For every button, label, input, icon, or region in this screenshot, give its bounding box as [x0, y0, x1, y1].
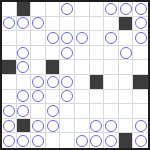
- cell-r1c2[interactable]: [31, 17, 46, 32]
- cell-r2c1[interactable]: [17, 31, 32, 46]
- cell-r4c2[interactable]: [31, 60, 46, 75]
- cell-r7c9[interactable]: [133, 104, 148, 119]
- cell-r9c9[interactable]: [133, 133, 148, 148]
- cell-r9c2[interactable]: [31, 133, 46, 148]
- cell-r9c4[interactable]: [60, 133, 75, 148]
- cell-r3c4[interactable]: [60, 46, 75, 61]
- cell-r3c7[interactable]: [104, 46, 119, 61]
- cell-r0c6[interactable]: [90, 2, 105, 17]
- circle-mark: [61, 32, 73, 44]
- circle-mark: [17, 105, 29, 117]
- cell-r0c9[interactable]: [133, 2, 148, 17]
- cell-r0c8[interactable]: [119, 2, 134, 17]
- cell-r4c3[interactable]: [46, 60, 61, 75]
- cell-r0c7[interactable]: [104, 2, 119, 17]
- cell-r5c8[interactable]: [119, 75, 134, 90]
- cell-r0c0[interactable]: [2, 2, 17, 17]
- cell-r7c2[interactable]: [31, 104, 46, 119]
- cell-r9c5[interactable]: [75, 133, 90, 148]
- cell-r5c9[interactable]: [133, 75, 148, 90]
- circle-mark: [135, 3, 147, 15]
- cell-r5c4[interactable]: [60, 75, 75, 90]
- cell-r1c7[interactable]: [104, 17, 119, 32]
- cell-r8c5[interactable]: [75, 119, 90, 134]
- circle-mark: [135, 120, 147, 132]
- cell-r1c8[interactable]: [119, 17, 134, 32]
- circle-mark: [32, 17, 44, 29]
- cell-r8c7[interactable]: [104, 119, 119, 134]
- cell-r4c6[interactable]: [90, 60, 105, 75]
- cell-r8c0[interactable]: [2, 119, 17, 134]
- circle-mark: [47, 76, 59, 88]
- cell-r7c0[interactable]: [2, 104, 17, 119]
- circle-mark: [135, 17, 147, 29]
- cell-r2c7[interactable]: [104, 31, 119, 46]
- cell-r2c9[interactable]: [133, 31, 148, 46]
- circle-mark: [32, 120, 44, 132]
- cell-r6c4[interactable]: [60, 90, 75, 105]
- cell-r0c4[interactable]: [60, 2, 75, 17]
- cell-r2c4[interactable]: [60, 31, 75, 46]
- cell-r0c1[interactable]: [17, 2, 32, 17]
- cell-r2c5[interactable]: [75, 31, 90, 46]
- cell-r7c7[interactable]: [104, 104, 119, 119]
- circle-mark: [105, 135, 117, 147]
- cell-r5c1[interactable]: [17, 75, 32, 90]
- circle-mark: [120, 3, 132, 15]
- circle-mark: [61, 76, 73, 88]
- cell-r4c0[interactable]: [2, 60, 17, 75]
- circle-mark: [3, 105, 15, 117]
- cell-r4c9[interactable]: [133, 60, 148, 75]
- cell-r9c1[interactable]: [17, 133, 32, 148]
- cell-r1c3[interactable]: [46, 17, 61, 32]
- circle-mark: [47, 105, 59, 117]
- cell-r0c2[interactable]: [31, 2, 46, 17]
- circle-mark: [47, 32, 59, 44]
- cell-r9c6[interactable]: [90, 133, 105, 148]
- cell-r8c6[interactable]: [90, 119, 105, 134]
- circle-mark: [17, 17, 29, 29]
- circle-mark: [32, 90, 44, 102]
- cell-r0c5[interactable]: [75, 2, 90, 17]
- circle-mark: [135, 135, 147, 147]
- cell-r6c5[interactable]: [75, 90, 90, 105]
- cell-r6c7[interactable]: [104, 90, 119, 105]
- cell-r1c9[interactable]: [133, 17, 148, 32]
- circle-mark: [61, 3, 73, 15]
- cell-r1c1[interactable]: [17, 17, 32, 32]
- cell-r8c1[interactable]: [17, 119, 32, 134]
- circle-mark: [90, 120, 102, 132]
- cell-r6c6[interactable]: [90, 90, 105, 105]
- cell-r1c6[interactable]: [90, 17, 105, 32]
- cell-r7c1[interactable]: [17, 104, 32, 119]
- circle-mark: [76, 135, 88, 147]
- cell-r7c3[interactable]: [46, 104, 61, 119]
- cell-r0c3[interactable]: [46, 2, 61, 17]
- cell-r4c1[interactable]: [17, 60, 32, 75]
- cell-r6c3[interactable]: [46, 90, 61, 105]
- circle-mark: [17, 135, 29, 147]
- cell-r9c8[interactable]: [119, 133, 134, 148]
- cell-r8c4[interactable]: [60, 119, 75, 134]
- circle-mark: [61, 90, 73, 102]
- cell-r7c4[interactable]: [60, 104, 75, 119]
- cell-r4c8[interactable]: [119, 60, 134, 75]
- circle-mark: [3, 135, 15, 147]
- circle-mark: [76, 32, 88, 44]
- circle-mark: [17, 61, 29, 73]
- circle-mark: [17, 47, 29, 59]
- circle-mark: [105, 3, 117, 15]
- cell-r3c9[interactable]: [133, 46, 148, 61]
- cell-r4c5[interactable]: [75, 60, 90, 75]
- circle-mark: [135, 32, 147, 44]
- cell-r3c2[interactable]: [31, 46, 46, 61]
- cell-r7c8[interactable]: [119, 104, 134, 119]
- cell-r9c0[interactable]: [2, 133, 17, 148]
- cell-r6c9[interactable]: [133, 90, 148, 105]
- cell-r3c6[interactable]: [90, 46, 105, 61]
- cell-r3c3[interactable]: [46, 46, 61, 61]
- cell-r6c0[interactable]: [2, 90, 17, 105]
- cell-r1c0[interactable]: [2, 17, 17, 32]
- cell-r4c4[interactable]: [60, 60, 75, 75]
- cell-r2c0[interactable]: [2, 31, 17, 46]
- circle-mark: [17, 90, 29, 102]
- cell-r8c9[interactable]: [133, 119, 148, 134]
- cell-r6c2[interactable]: [31, 90, 46, 105]
- circle-mark: [90, 135, 102, 147]
- cell-r2c2[interactable]: [31, 31, 46, 46]
- cell-r4c7[interactable]: [104, 60, 119, 75]
- cell-r1c4[interactable]: [60, 17, 75, 32]
- cell-r6c1[interactable]: [17, 90, 32, 105]
- cell-r8c8[interactable]: [119, 119, 134, 134]
- circle-mark: [3, 17, 15, 29]
- cell-r3c0[interactable]: [2, 46, 17, 61]
- circle-mark: [105, 120, 117, 132]
- cell-r5c5[interactable]: [75, 75, 90, 90]
- cell-r2c8[interactable]: [119, 31, 134, 46]
- cell-r5c2[interactable]: [31, 75, 46, 90]
- cell-r2c3[interactable]: [46, 31, 61, 46]
- circle-mark: [32, 135, 44, 147]
- circle-mark: [32, 76, 44, 88]
- circle-mark: [61, 47, 73, 59]
- circle-mark: [3, 120, 15, 132]
- cell-r5c6[interactable]: [90, 75, 105, 90]
- cell-r5c7[interactable]: [104, 75, 119, 90]
- cell-r8c2[interactable]: [31, 119, 46, 134]
- cell-r7c5[interactable]: [75, 104, 90, 119]
- cell-r9c7[interactable]: [104, 133, 119, 148]
- cell-r6c8[interactable]: [119, 90, 134, 105]
- puzzle-board: [0, 0, 150, 150]
- cell-r5c0[interactable]: [2, 75, 17, 90]
- cell-r5c3[interactable]: [46, 75, 61, 90]
- cell-r3c1[interactable]: [17, 46, 32, 61]
- cell-r1c5[interactable]: [75, 17, 90, 32]
- cell-r3c8[interactable]: [119, 46, 134, 61]
- circle-mark: [120, 47, 132, 59]
- cell-r9c3[interactable]: [46, 133, 61, 148]
- circle-mark: [105, 32, 117, 44]
- cell-r8c3[interactable]: [46, 119, 61, 134]
- cell-r7c6[interactable]: [90, 104, 105, 119]
- cell-r2c6[interactable]: [90, 31, 105, 46]
- cell-r3c5[interactable]: [75, 46, 90, 61]
- circle-mark: [47, 120, 59, 132]
